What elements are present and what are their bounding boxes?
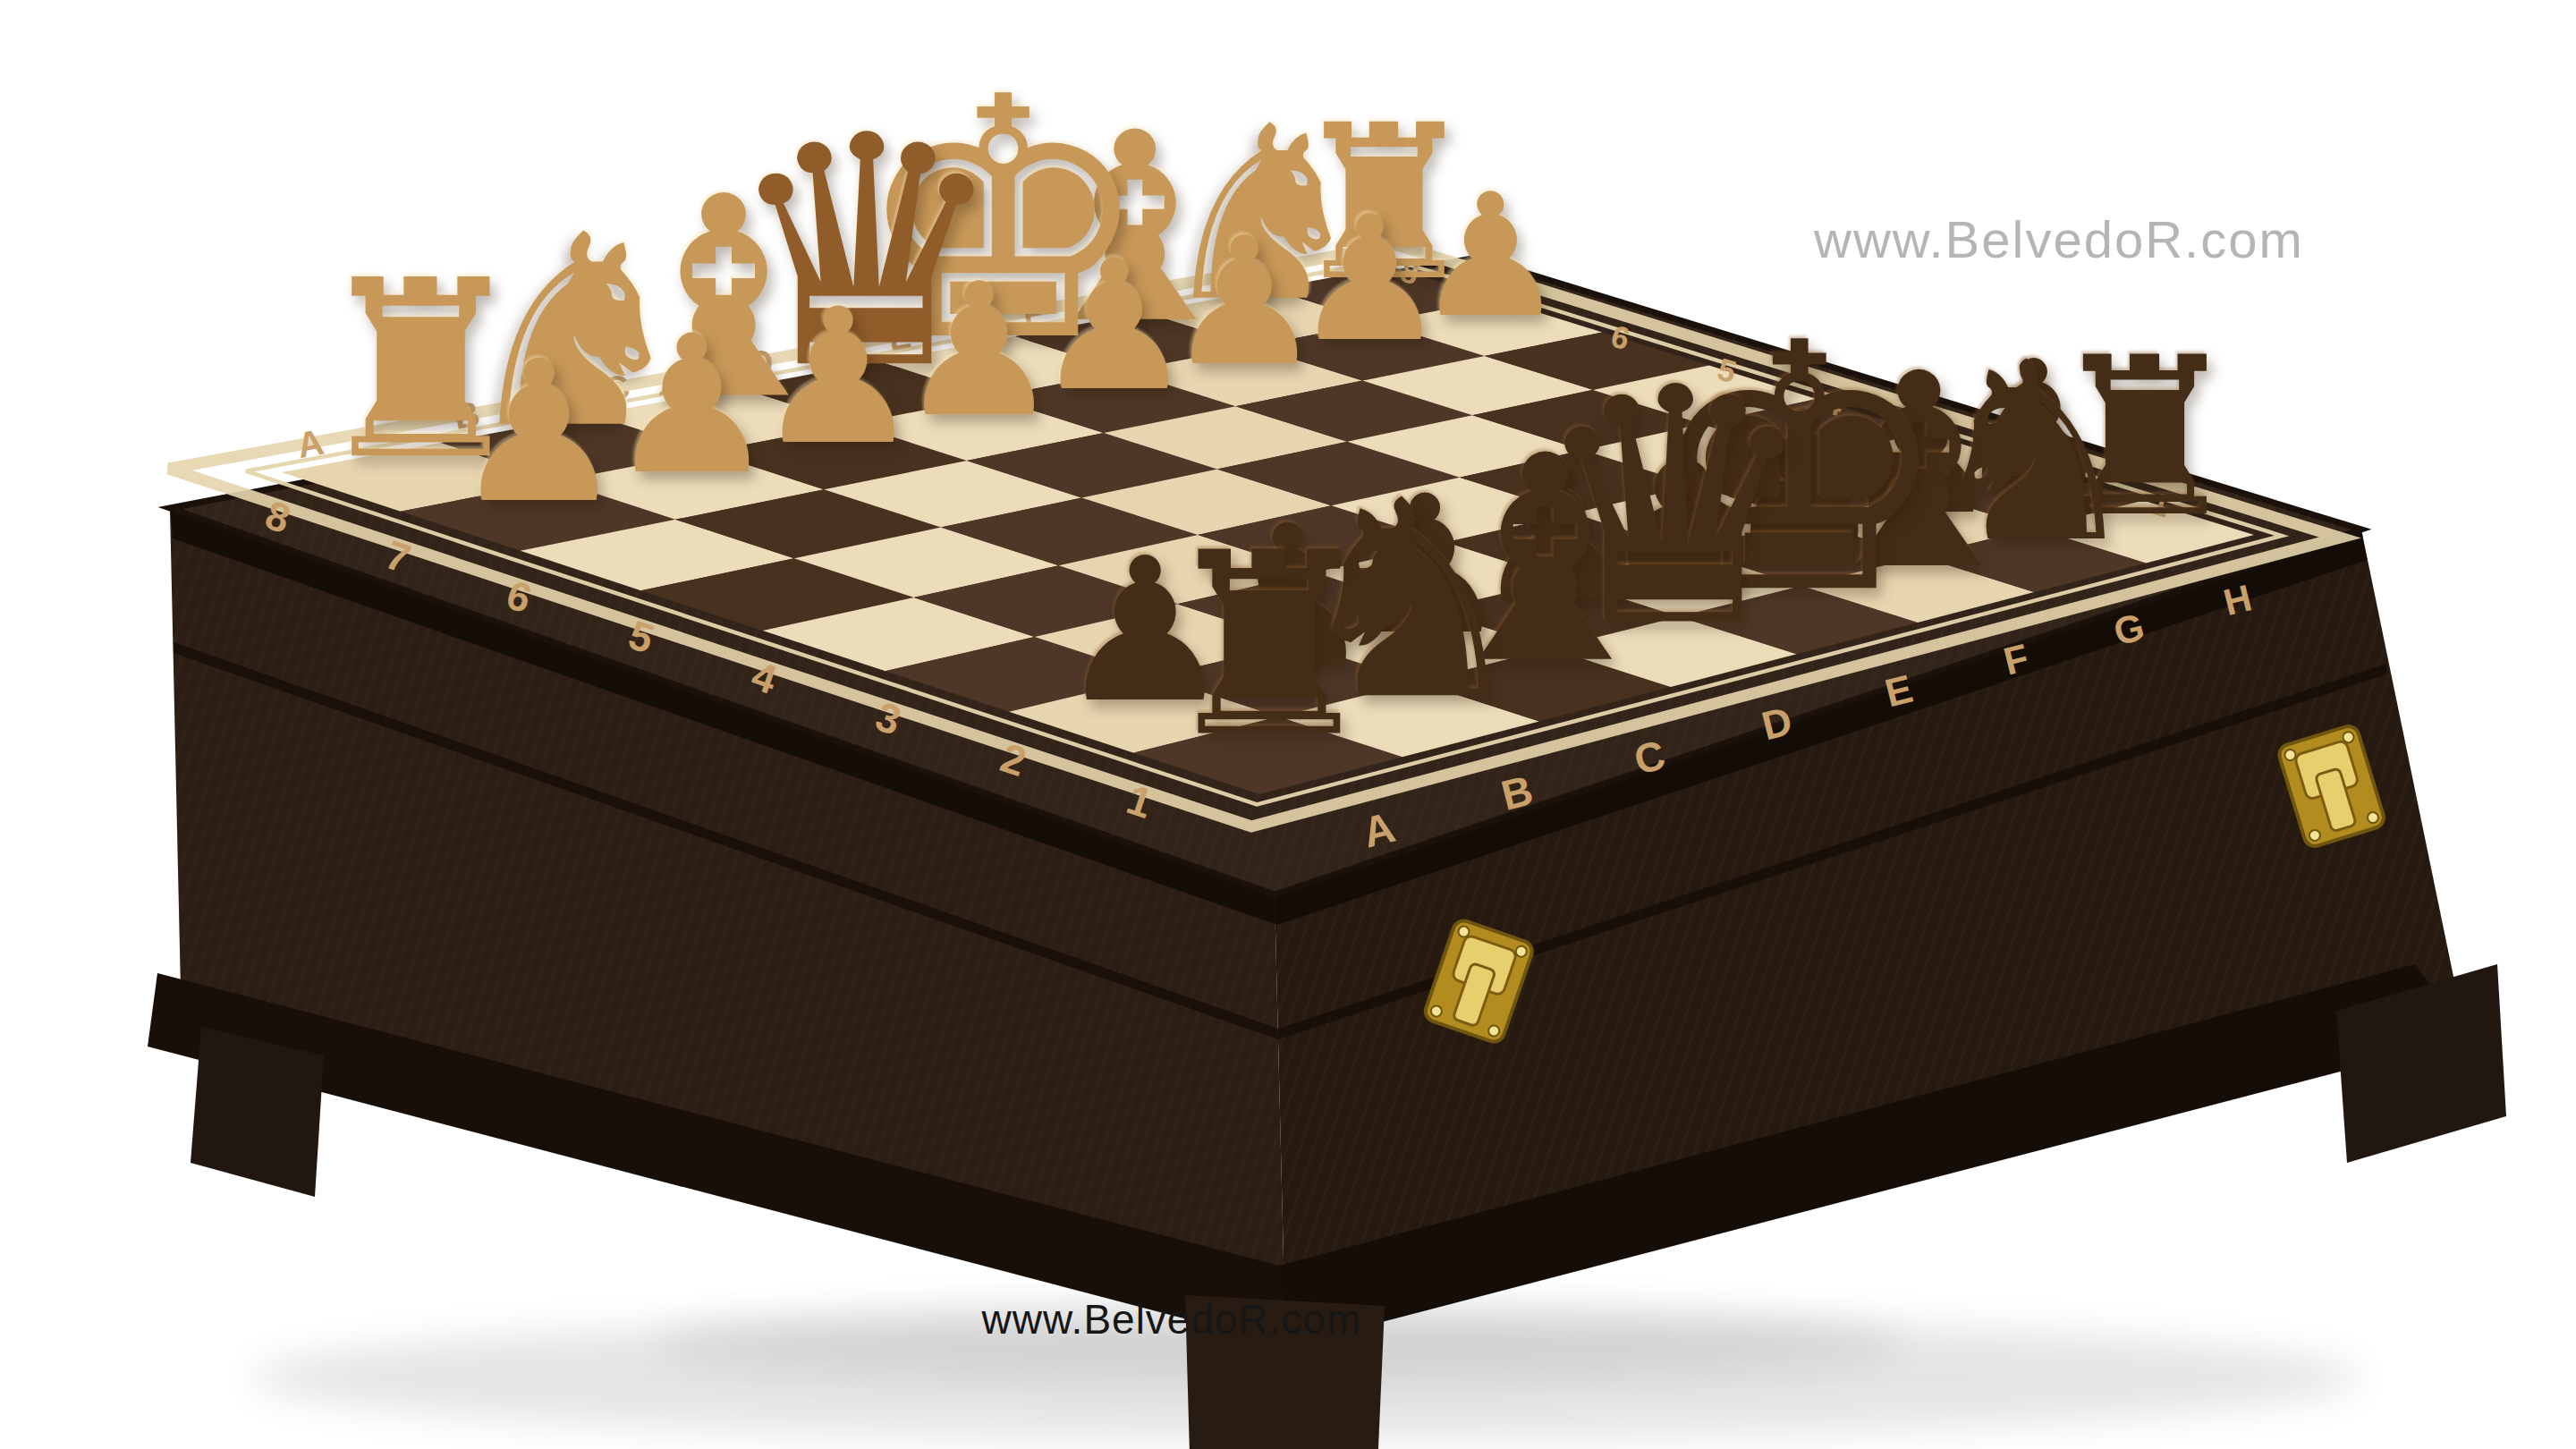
product-photo-scene: AA88BB77CC66DD55EE44FF33GG22HH11 ♜♞♟♝♟♚♟… — [0, 0, 2576, 1449]
piece-light-p-b7: ♟ — [606, 309, 777, 500]
piece-light-p-c7: ♟ — [755, 284, 922, 471]
watermark-bottom: www.BelvedoR.com — [981, 1295, 1361, 1343]
watermark-top-right: www.BelvedoR.com — [1814, 209, 2304, 269]
piece-dark-r-a1: ♜ — [1157, 520, 1383, 772]
piece-light-p-a7: ♟ — [452, 335, 626, 530]
